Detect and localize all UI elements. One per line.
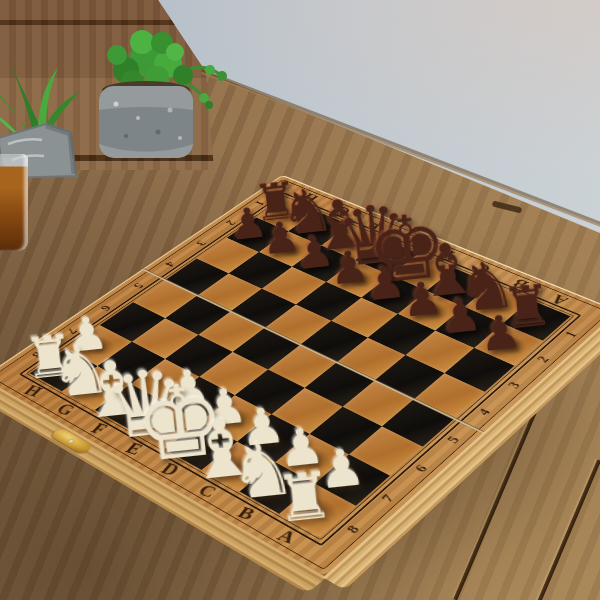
rank-label-left-4: 4 [162,260,178,269]
square-h2[interactable] [227,218,288,252]
knight-glyph: ♞ [277,181,337,244]
pawn-glyph: ♟ [477,309,524,358]
file-label-far-c: C [471,261,495,276]
pawn-glyph: ♟ [260,216,302,260]
file-label-far-e: E [399,232,422,246]
rank-label-left-6: 6 [97,303,113,312]
file-label-far-h: H [299,191,323,205]
square-f4[interactable] [231,289,296,328]
piece-shadow [264,202,310,226]
rook-glyph: ♜ [273,464,337,531]
square-f2[interactable] [292,245,355,281]
rank-label-left-5: 5 [130,281,146,290]
rank-label-left-2: 2 [223,219,239,227]
pawn-glyph: ♟ [227,202,269,246]
piece-shadow [329,230,376,256]
square-g3[interactable] [229,252,292,289]
square-h4[interactable] [165,259,228,296]
latch-screw [67,438,76,444]
square-f5[interactable] [198,311,264,352]
square-h3[interactable] [197,238,259,274]
piece-shadow [300,250,348,277]
rook-glyph: ♜ [251,175,301,228]
file-label-far-d: D [434,246,458,261]
pawn-glyph: ♟ [363,261,408,308]
square-d3[interactable] [331,298,397,338]
piece-shadow [296,216,343,241]
pawn-glyph: ♟ [293,231,336,276]
file-label-far-g: G [331,204,355,218]
rank-label-right-8: 8 [343,523,364,536]
square-d2[interactable] [361,275,426,314]
piece-shadow [267,236,314,262]
scene: HHGGFFEEDDCCBBAA1122334455667788♜♞♝♛♚♝♞♜… [0,0,600,600]
rank-label-right-7: 7 [378,492,398,505]
piece-shadow [234,222,280,247]
bishop-glyph: ♝ [307,190,374,260]
square-g2[interactable] [259,231,321,266]
piece-shadow [369,280,419,308]
queen-glyph: ♛ [333,195,412,278]
square-g5[interactable] [165,295,230,334]
square-g4[interactable] [197,273,261,311]
rank-label-right-6: 6 [411,463,431,475]
rank-label-right-4: 4 [475,406,495,417]
rank-label-right-3: 3 [505,380,524,391]
rank-label-right-5: 5 [444,434,464,446]
square-h5[interactable] [133,280,197,318]
square-d1[interactable] [390,253,454,290]
board-surface: HHGGFFEEDDCCBBAA1122334455667788♜♞♝♛♚♝♞♜… [0,175,600,576]
square-h6[interactable] [100,302,165,342]
square-e3[interactable] [296,282,361,321]
square-e2[interactable] [326,260,390,298]
file-label-far-f: F [365,218,387,231]
rank-label-right-2: 2 [534,354,553,364]
piece-shadow [334,265,383,292]
king-glyph: ♚ [364,203,452,295]
square-f1[interactable] [321,225,383,260]
square-h1[interactable] [256,198,316,231]
pawn-glyph: ♟ [327,245,371,291]
amber-drink-glass [0,154,28,251]
piece-shadow [398,258,447,285]
square-e4[interactable] [265,304,331,344]
rank-label-left-3: 3 [193,239,209,247]
rank-label-right-1: 1 [562,330,581,340]
square-g1[interactable] [288,211,349,245]
chess-board: HHGGFFEEDDCCBBAA1122334455667788♜♞♝♛♚♝♞♜… [52,96,547,591]
piece-shadow [363,244,411,270]
rank-label-left-1: 1 [252,199,268,207]
square-f3[interactable] [262,267,326,305]
square-e1[interactable] [355,239,418,275]
